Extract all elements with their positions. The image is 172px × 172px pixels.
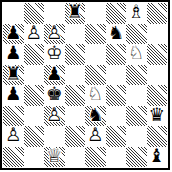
square-a1[interactable] bbox=[3, 147, 24, 168]
piece-black-knight[interactable]: ♞ bbox=[106, 24, 127, 45]
piece-white-pawn[interactable]: ♟♙ bbox=[24, 24, 45, 45]
piece-black-rook[interactable]: ♜ bbox=[65, 3, 86, 24]
square-c8[interactable] bbox=[44, 3, 65, 24]
square-h5[interactable] bbox=[147, 65, 168, 86]
square-d1[interactable] bbox=[65, 147, 86, 168]
white-pawn-outline-glyph: ♙ bbox=[5, 127, 22, 146]
piece-white-king[interactable]: ♚♔ bbox=[44, 44, 65, 65]
square-d6[interactable] bbox=[65, 44, 86, 65]
square-a5[interactable]: ♜ bbox=[3, 65, 24, 86]
square-g7[interactable] bbox=[126, 24, 147, 45]
square-b1[interactable] bbox=[24, 147, 45, 168]
square-g3[interactable] bbox=[126, 106, 147, 127]
piece-black-knight[interactable]: ♞ bbox=[85, 106, 106, 127]
square-g5[interactable] bbox=[126, 65, 147, 86]
black-pawn-glyph: ♟ bbox=[46, 65, 63, 84]
square-b3[interactable] bbox=[24, 106, 45, 127]
square-d3[interactable] bbox=[65, 106, 86, 127]
piece-white-pawn[interactable]: ♟♙ bbox=[3, 126, 24, 147]
square-h4[interactable] bbox=[147, 85, 168, 106]
piece-black-pawn[interactable]: ♟ bbox=[3, 85, 24, 106]
piece-black-queen[interactable]: ♛ bbox=[147, 106, 168, 127]
piece-white-knight[interactable]: ♞♘ bbox=[85, 85, 106, 106]
black-rook-glyph: ♜ bbox=[66, 4, 83, 23]
square-b4[interactable] bbox=[24, 85, 45, 106]
square-a6[interactable]: ♟ bbox=[3, 44, 24, 65]
white-pawn-outline-glyph: ♙ bbox=[25, 24, 42, 43]
square-c4[interactable]: ♚ bbox=[44, 85, 65, 106]
piece-black-rook[interactable]: ♜ bbox=[3, 65, 24, 86]
square-c7[interactable]: ♟♙ bbox=[44, 24, 65, 45]
square-g1[interactable] bbox=[126, 147, 147, 168]
square-e8[interactable] bbox=[85, 3, 106, 24]
square-b2[interactable] bbox=[24, 126, 45, 147]
square-h6[interactable] bbox=[147, 44, 168, 65]
square-a3[interactable] bbox=[3, 106, 24, 127]
square-c5[interactable]: ♟ bbox=[44, 65, 65, 86]
square-f4[interactable] bbox=[106, 85, 127, 106]
white-bishop-outline-glyph: ♗ bbox=[128, 4, 145, 23]
black-pawn-glyph: ♟ bbox=[5, 86, 22, 105]
white-king-outline-glyph: ♔ bbox=[46, 45, 63, 64]
square-f1[interactable] bbox=[106, 147, 127, 168]
white-pawn-outline-glyph: ♙ bbox=[87, 127, 104, 146]
piece-white-pawn[interactable]: ♟♙ bbox=[44, 106, 65, 127]
square-h7[interactable] bbox=[147, 24, 168, 45]
square-b8[interactable] bbox=[24, 3, 45, 24]
square-d2[interactable] bbox=[65, 126, 86, 147]
white-pawn-outline-glyph: ♙ bbox=[46, 24, 63, 43]
square-a8[interactable] bbox=[3, 3, 24, 24]
square-f3[interactable] bbox=[106, 106, 127, 127]
square-d5[interactable] bbox=[65, 65, 86, 86]
square-a4[interactable]: ♟ bbox=[3, 85, 24, 106]
square-e1[interactable] bbox=[85, 147, 106, 168]
square-h8[interactable] bbox=[147, 3, 168, 24]
piece-white-pawn[interactable]: ♟♙ bbox=[85, 126, 106, 147]
square-c3[interactable]: ♟♙ bbox=[44, 106, 65, 127]
square-e7[interactable] bbox=[85, 24, 106, 45]
square-d4[interactable] bbox=[65, 85, 86, 106]
square-h2[interactable] bbox=[147, 126, 168, 147]
square-h3[interactable]: ♛ bbox=[147, 106, 168, 127]
square-f7[interactable]: ♞ bbox=[106, 24, 127, 45]
white-knight-outline-glyph: ♘ bbox=[87, 86, 104, 105]
black-pawn-glyph: ♟ bbox=[5, 45, 22, 64]
black-bishop-glyph: ♝ bbox=[148, 147, 165, 166]
square-b6[interactable] bbox=[24, 44, 45, 65]
square-d8[interactable]: ♜ bbox=[65, 3, 86, 24]
piece-black-pawn[interactable]: ♟ bbox=[3, 44, 24, 65]
board-frame: ♜♝♗♟♟♙♟♙♞♟♚♔♞♘♜♟♟♚♞♘♟♙♞♛♟♙♟♙♛♕♝ bbox=[0, 0, 170, 170]
square-b5[interactable] bbox=[24, 65, 45, 86]
black-knight-glyph: ♞ bbox=[87, 106, 104, 125]
square-e3[interactable]: ♞ bbox=[85, 106, 106, 127]
square-e2[interactable]: ♟♙ bbox=[85, 126, 106, 147]
square-g6[interactable]: ♞♘ bbox=[126, 44, 147, 65]
square-e6[interactable] bbox=[85, 44, 106, 65]
square-e5[interactable] bbox=[85, 65, 106, 86]
square-c6[interactable]: ♚♔ bbox=[44, 44, 65, 65]
square-g4[interactable] bbox=[126, 85, 147, 106]
square-f2[interactable] bbox=[106, 126, 127, 147]
piece-white-pawn[interactable]: ♟♙ bbox=[44, 24, 65, 45]
square-f6[interactable] bbox=[106, 44, 127, 65]
square-c2[interactable] bbox=[44, 126, 65, 147]
black-rook-glyph: ♜ bbox=[5, 65, 22, 84]
piece-black-pawn[interactable]: ♟ bbox=[44, 65, 65, 86]
square-b7[interactable]: ♟♙ bbox=[24, 24, 45, 45]
piece-white-bishop[interactable]: ♝♗ bbox=[126, 3, 147, 24]
square-g8[interactable]: ♝♗ bbox=[126, 3, 147, 24]
square-a7[interactable]: ♟ bbox=[3, 24, 24, 45]
white-queen-outline-glyph: ♕ bbox=[46, 147, 63, 166]
square-a2[interactable]: ♟♙ bbox=[3, 126, 24, 147]
square-f5[interactable] bbox=[106, 65, 127, 86]
chess-board: ♜♝♗♟♟♙♟♙♞♟♚♔♞♘♜♟♟♚♞♘♟♙♞♛♟♙♟♙♛♕♝ bbox=[3, 3, 167, 167]
square-f8[interactable] bbox=[106, 3, 127, 24]
white-pawn-outline-glyph: ♙ bbox=[46, 106, 63, 125]
piece-black-king[interactable]: ♚ bbox=[44, 85, 65, 106]
square-h1[interactable]: ♝ bbox=[147, 147, 168, 168]
black-knight-glyph: ♞ bbox=[107, 24, 124, 43]
piece-black-pawn[interactable]: ♟ bbox=[3, 24, 24, 45]
black-queen-glyph: ♛ bbox=[148, 106, 165, 125]
piece-black-bishop[interactable]: ♝ bbox=[147, 147, 168, 168]
piece-white-queen[interactable]: ♛♕ bbox=[44, 147, 65, 168]
piece-white-knight[interactable]: ♞♘ bbox=[126, 44, 147, 65]
black-pawn-glyph: ♟ bbox=[5, 24, 22, 43]
white-knight-outline-glyph: ♘ bbox=[128, 45, 145, 64]
black-king-glyph: ♚ bbox=[46, 86, 63, 105]
square-d7[interactable] bbox=[65, 24, 86, 45]
square-g2[interactable] bbox=[126, 126, 147, 147]
square-c1[interactable]: ♛♕ bbox=[44, 147, 65, 168]
square-e4[interactable]: ♞♘ bbox=[85, 85, 106, 106]
